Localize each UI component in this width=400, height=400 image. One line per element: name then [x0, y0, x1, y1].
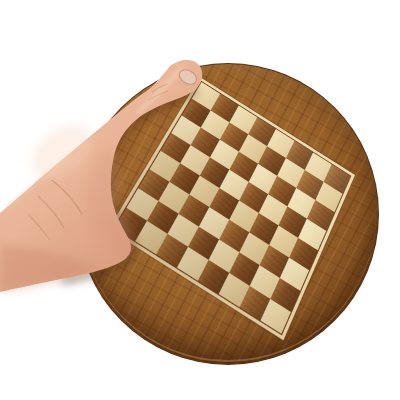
photo-scene [0, 0, 400, 400]
hand [0, 0, 400, 400]
